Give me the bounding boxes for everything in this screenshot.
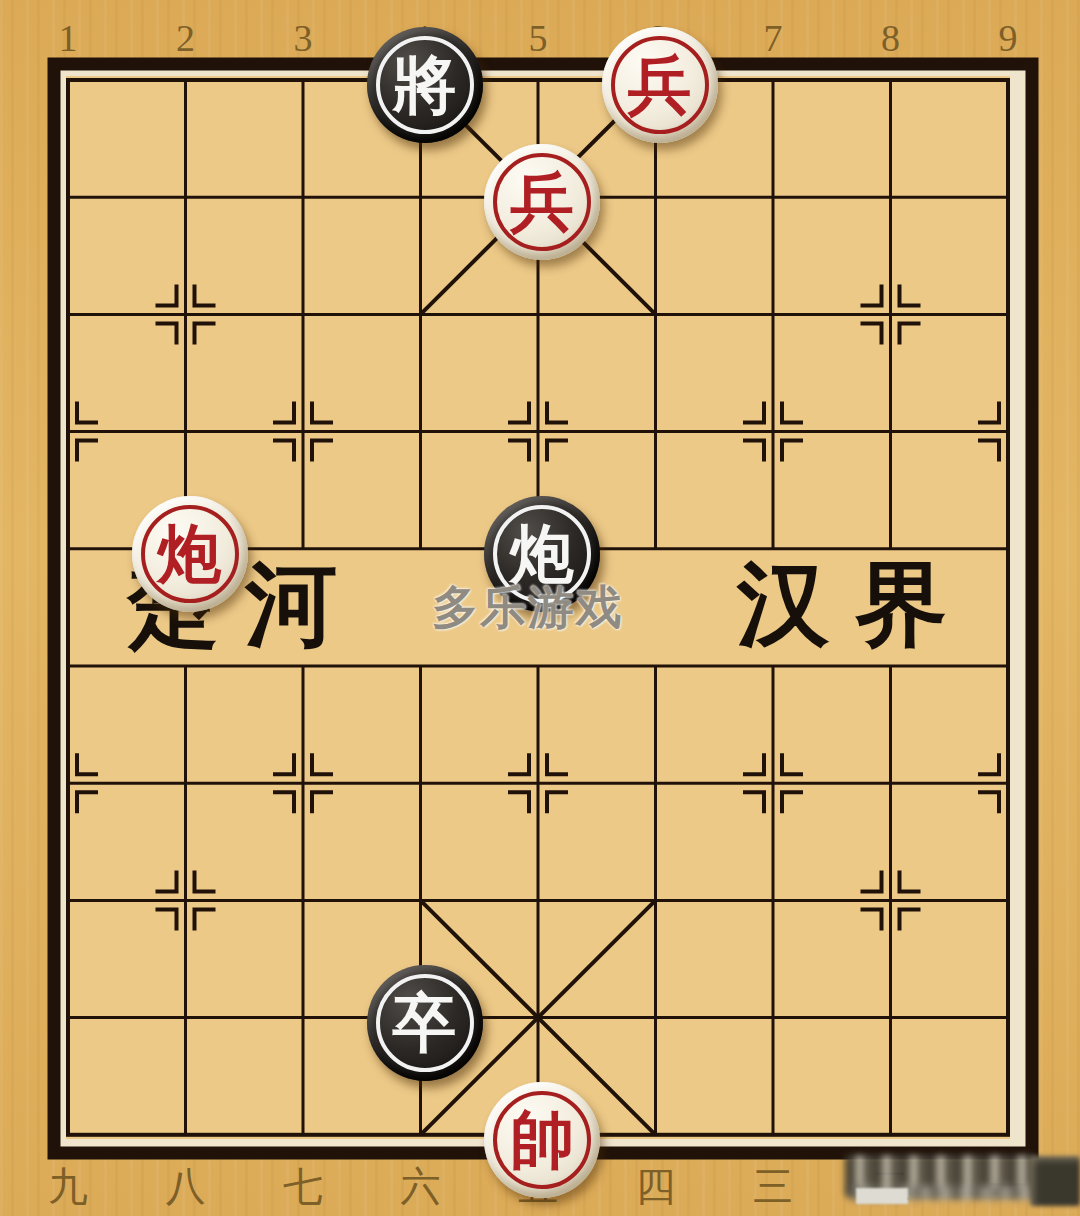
piece-glyph: 兵 [602,27,718,143]
smudge-light-patch [856,1188,908,1204]
piece-black-soldier-file4-rank9[interactable]: 卒 [367,965,483,1081]
piece-black-general-file4-rank1[interactable]: 將 [367,27,483,143]
xiangqi-board-screen: 123456789 九八七六五四三二一 楚河 汉界 將兵兵炮炮卒帥 多乐游戏 [0,0,1080,1216]
piece-red-soldier-file6-rank1[interactable]: 兵 [602,27,718,143]
piece-glyph: 將 [367,27,483,143]
piece-glyph: 炮 [132,496,248,612]
piece-red-cannon-file2-rank5[interactable]: 炮 [132,496,248,612]
piece-red-general-file5-rank10[interactable]: 帥 [484,1082,600,1198]
piece-glyph: 卒 [367,965,483,1081]
smudge-dark-block [1030,1156,1080,1206]
piece-glyph: 帥 [484,1082,600,1198]
app-watermark: 多乐游戏 [432,577,624,639]
piece-glyph: 兵 [484,144,600,260]
piece-red-soldier-file5-rank2[interactable]: 兵 [484,144,600,260]
